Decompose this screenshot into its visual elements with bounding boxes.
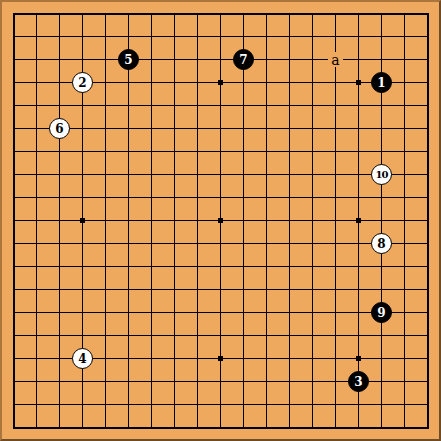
star-point [218,218,223,223]
stone-white-10-r12: 10 [371,164,392,185]
star-point [218,80,223,85]
point-label-a: a [328,52,343,67]
stone-black-5-f17: 5 [118,49,139,70]
stone-black-7-l17: 7 [233,49,254,70]
board-grid-lines [2,2,439,439]
stone-white-4-d4: 4 [72,348,93,369]
star-point [356,356,361,361]
go-board-frame: 12345678910a [0,0,441,441]
star-point [356,80,361,85]
star-point [356,218,361,223]
stone-white-2-d16: 2 [72,72,93,93]
star-point [80,218,85,223]
stone-white-8-r9: 8 [371,233,392,254]
go-board: 12345678910a [2,2,439,439]
stone-black-9-r6: 9 [371,302,392,323]
star-point [218,356,223,361]
stone-black-3-q3: 3 [348,371,369,392]
stone-white-6-c14: 6 [49,118,70,139]
stone-black-1-r16: 1 [371,72,392,93]
